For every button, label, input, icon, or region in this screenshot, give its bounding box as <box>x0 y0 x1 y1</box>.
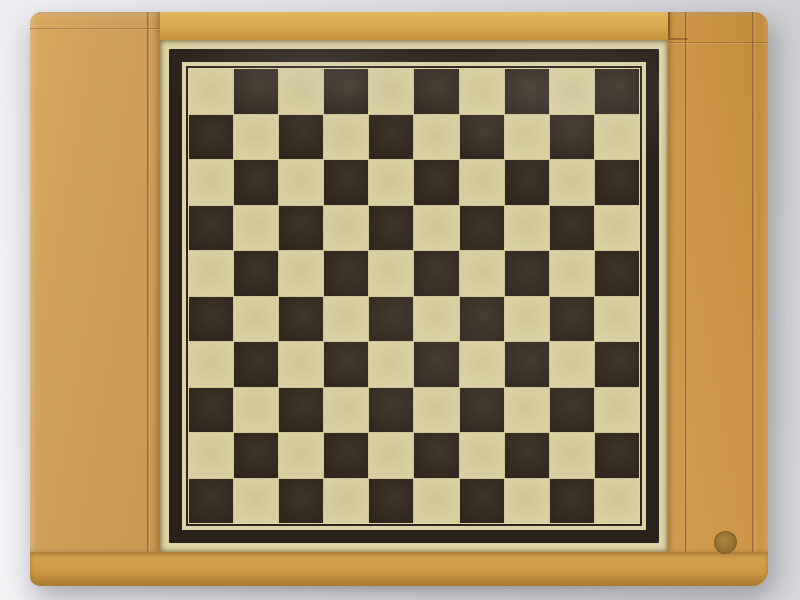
board-square[interactable] <box>414 297 458 342</box>
board-square[interactable] <box>369 342 413 387</box>
wood-knot <box>714 531 737 554</box>
board-square[interactable] <box>595 342 639 387</box>
board-square[interactable] <box>550 479 594 524</box>
board-square[interactable] <box>234 342 278 387</box>
board-square[interactable] <box>505 115 549 160</box>
board-square[interactable] <box>460 388 504 433</box>
right-rail-groove-outer <box>752 12 755 552</box>
board-square[interactable] <box>324 160 368 205</box>
board-inner-margin <box>182 62 646 530</box>
board-square[interactable] <box>414 251 458 296</box>
board-square[interactable] <box>189 388 233 433</box>
left-rail <box>30 12 160 552</box>
right-rail-groove-inner <box>685 12 688 552</box>
board-square[interactable] <box>595 479 639 524</box>
board-square[interactable] <box>234 251 278 296</box>
board-square[interactable] <box>369 433 413 478</box>
board-square[interactable] <box>595 251 639 296</box>
board-square[interactable] <box>505 206 549 251</box>
board-square[interactable] <box>550 251 594 296</box>
board-square[interactable] <box>414 206 458 251</box>
board-square[interactable] <box>505 388 549 433</box>
board-square[interactable] <box>324 433 368 478</box>
board-square[interactable] <box>550 160 594 205</box>
board-square[interactable] <box>460 69 504 114</box>
board-square[interactable] <box>234 297 278 342</box>
draughts-board <box>189 69 639 523</box>
board-square[interactable] <box>595 433 639 478</box>
right-rail <box>668 12 768 552</box>
board-square[interactable] <box>505 342 549 387</box>
board-square[interactable] <box>550 69 594 114</box>
board-square[interactable] <box>414 160 458 205</box>
board-square[interactable] <box>234 388 278 433</box>
board-square[interactable] <box>595 69 639 114</box>
board-square[interactable] <box>414 69 458 114</box>
board-square[interactable] <box>279 160 323 205</box>
board-square[interactable] <box>234 479 278 524</box>
board-square[interactable] <box>595 160 639 205</box>
board-square[interactable] <box>234 115 278 160</box>
board-square[interactable] <box>414 342 458 387</box>
board-square[interactable] <box>505 251 549 296</box>
board-square[interactable] <box>234 69 278 114</box>
board-square[interactable] <box>189 206 233 251</box>
board-square[interactable] <box>189 251 233 296</box>
board-square[interactable] <box>550 206 594 251</box>
left-rail-cap-seam <box>30 28 160 30</box>
board-square[interactable] <box>460 433 504 478</box>
board-square[interactable] <box>505 69 549 114</box>
board-square[interactable] <box>369 297 413 342</box>
board-square[interactable] <box>189 160 233 205</box>
board-square[interactable] <box>369 388 413 433</box>
board-square[interactable] <box>234 160 278 205</box>
board-square[interactable] <box>279 206 323 251</box>
board-square[interactable] <box>460 342 504 387</box>
board-square[interactable] <box>234 206 278 251</box>
board-square[interactable] <box>324 69 368 114</box>
board-square[interactable] <box>550 342 594 387</box>
wooden-box <box>30 12 768 586</box>
board-square[interactable] <box>414 433 458 478</box>
board-square[interactable] <box>550 115 594 160</box>
board-square[interactable] <box>189 433 233 478</box>
board-square[interactable] <box>460 206 504 251</box>
board-square[interactable] <box>460 115 504 160</box>
board-square[interactable] <box>369 251 413 296</box>
right-rail-cap-seam <box>668 42 768 44</box>
board-square[interactable] <box>279 115 323 160</box>
left-rail-groove <box>147 12 150 552</box>
board-square[interactable] <box>279 479 323 524</box>
board-square[interactable] <box>369 115 413 160</box>
board-square[interactable] <box>189 479 233 524</box>
board-square[interactable] <box>279 251 323 296</box>
board-square[interactable] <box>460 160 504 205</box>
board-border-band <box>169 49 659 543</box>
board-square[interactable] <box>279 69 323 114</box>
board-square[interactable] <box>234 433 278 478</box>
board-square[interactable] <box>324 115 368 160</box>
board-square[interactable] <box>279 388 323 433</box>
board-square[interactable] <box>595 297 639 342</box>
board-square[interactable] <box>324 342 368 387</box>
board-square[interactable] <box>189 69 233 114</box>
board-square[interactable] <box>595 206 639 251</box>
board-square[interactable] <box>414 115 458 160</box>
board-square[interactable] <box>279 297 323 342</box>
board-square[interactable] <box>595 388 639 433</box>
board-square[interactable] <box>369 160 413 205</box>
right-rail-notch <box>668 12 688 40</box>
board-square[interactable] <box>414 479 458 524</box>
board-square[interactable] <box>324 297 368 342</box>
board-square[interactable] <box>324 479 368 524</box>
board-square[interactable] <box>460 251 504 296</box>
board-square[interactable] <box>505 479 549 524</box>
board-paper <box>160 40 668 552</box>
board-square[interactable] <box>505 433 549 478</box>
photo-background <box>0 0 800 600</box>
board-square[interactable] <box>279 342 323 387</box>
board-square[interactable] <box>189 342 233 387</box>
board-square[interactable] <box>369 206 413 251</box>
board-square[interactable] <box>505 160 549 205</box>
board-square[interactable] <box>414 388 458 433</box>
top-edge-strip <box>160 12 668 40</box>
board-square[interactable] <box>460 479 504 524</box>
board-square[interactable] <box>595 115 639 160</box>
board-square[interactable] <box>189 115 233 160</box>
board-square[interactable] <box>324 206 368 251</box>
board-square[interactable] <box>460 297 504 342</box>
board-square[interactable] <box>550 433 594 478</box>
board-square[interactable] <box>324 251 368 296</box>
bottom-edge-strip <box>30 552 768 586</box>
board-square[interactable] <box>279 433 323 478</box>
board-square[interactable] <box>324 388 368 433</box>
board-square[interactable] <box>369 69 413 114</box>
board-square[interactable] <box>550 297 594 342</box>
pinstripe-frame <box>186 66 642 526</box>
board-square[interactable] <box>369 479 413 524</box>
board-square[interactable] <box>505 297 549 342</box>
board-square[interactable] <box>189 297 233 342</box>
board-square[interactable] <box>550 388 594 433</box>
